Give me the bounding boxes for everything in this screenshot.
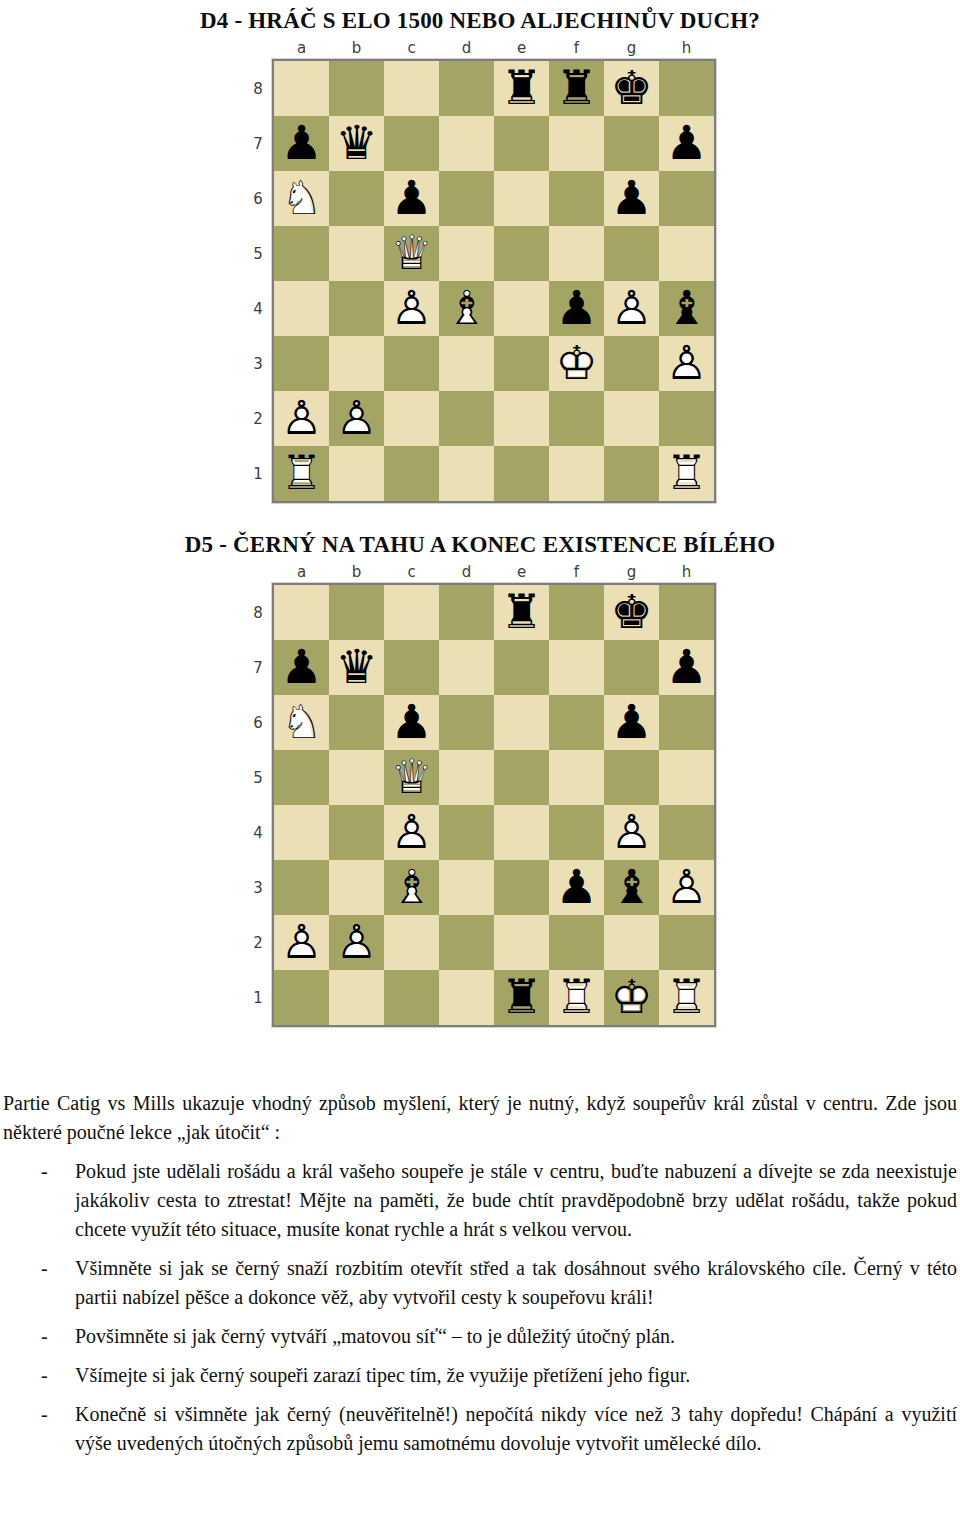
chess-board-d5: ♜♚♟♛♟♞♘♟♟♛♕♟♙♟♙♝♗♟♝♟♙♟♙♟♙♜♜♖♚♔♜♖ xyxy=(272,583,716,1027)
square-a4 xyxy=(274,805,329,860)
square-f3: ♚♔ xyxy=(549,336,604,391)
piece-black-king: ♚ xyxy=(604,585,659,640)
rank-label-5: 5 xyxy=(244,750,272,805)
square-h5 xyxy=(659,750,714,805)
bullet-dash: - xyxy=(41,1254,75,1312)
bullet-item: - Povšimněte si jak černý vytváří „matov… xyxy=(0,1322,960,1351)
chess-diagram-d4: abcdefgh 87654321 ♜♜♚♟♛♟♞♘♟♟♛♕♟♙♝♗♟♟♙♝♚♔… xyxy=(244,37,716,503)
square-f6 xyxy=(549,171,604,226)
square-e1 xyxy=(494,446,549,501)
square-g5 xyxy=(604,750,659,805)
piece-black-rook: ♜ xyxy=(494,61,549,116)
square-a5 xyxy=(274,226,329,281)
square-b2: ♟♙ xyxy=(329,915,384,970)
piece-white-pawn: ♟♙ xyxy=(384,805,439,860)
rank-label-8: 8 xyxy=(244,585,272,640)
file-label-f: f xyxy=(549,561,604,583)
square-g3: ♝ xyxy=(604,860,659,915)
piece-white-rook: ♜♖ xyxy=(659,446,714,501)
piece-black-pawn: ♟ xyxy=(549,860,604,915)
square-e2 xyxy=(494,391,549,446)
piece-black-pawn: ♟ xyxy=(274,116,329,171)
square-c5: ♛♕ xyxy=(384,750,439,805)
bullet-item: - Pokud jste udělali rošádu a král vašeh… xyxy=(0,1157,960,1244)
square-a1 xyxy=(274,970,329,1025)
piece-white-rook: ♜♖ xyxy=(659,970,714,1025)
square-g2 xyxy=(604,391,659,446)
piece-white-knight: ♞♘ xyxy=(274,695,329,750)
square-h4: ♝ xyxy=(659,281,714,336)
square-c7 xyxy=(384,640,439,695)
square-f2 xyxy=(549,915,604,970)
square-c7 xyxy=(384,116,439,171)
square-f7 xyxy=(549,116,604,171)
rank-label-4: 4 xyxy=(244,805,272,860)
square-a3 xyxy=(274,860,329,915)
rank-label-8: 8 xyxy=(244,61,272,116)
file-label-c: c xyxy=(384,37,439,59)
piece-black-pawn: ♟ xyxy=(659,640,714,695)
square-a4 xyxy=(274,281,329,336)
square-f5 xyxy=(549,226,604,281)
rank-label-7: 7 xyxy=(244,116,272,171)
square-h8 xyxy=(659,61,714,116)
square-b7: ♛ xyxy=(329,116,384,171)
square-d6 xyxy=(439,695,494,750)
square-f5 xyxy=(549,750,604,805)
piece-black-pawn: ♟ xyxy=(274,640,329,695)
square-f7 xyxy=(549,640,604,695)
piece-white-pawn: ♟♙ xyxy=(329,915,384,970)
square-h3: ♟♙ xyxy=(659,336,714,391)
file-label-d: d xyxy=(439,37,494,59)
square-a1: ♜♖ xyxy=(274,446,329,501)
square-a3 xyxy=(274,336,329,391)
square-g2 xyxy=(604,915,659,970)
piece-white-rook: ♜♖ xyxy=(549,970,604,1025)
rank-label-3: 3 xyxy=(244,336,272,391)
square-d4 xyxy=(439,805,494,860)
square-h8 xyxy=(659,585,714,640)
diagram-d4-title: D4 - HRÁČ S ELO 1500 NEBO ALJECHINŮV DUC… xyxy=(0,0,960,35)
square-g8: ♚ xyxy=(604,585,659,640)
square-g1: ♚♔ xyxy=(604,970,659,1025)
piece-white-king: ♚♔ xyxy=(604,970,659,1025)
square-g3 xyxy=(604,336,659,391)
piece-white-pawn: ♟♙ xyxy=(604,281,659,336)
square-h7: ♟ xyxy=(659,640,714,695)
piece-black-pawn: ♟ xyxy=(604,171,659,226)
square-f1: ♜♖ xyxy=(549,970,604,1025)
square-c4: ♟♙ xyxy=(384,805,439,860)
file-label-d: d xyxy=(439,561,494,583)
file-label-h: h xyxy=(659,37,714,59)
piece-black-pawn: ♟ xyxy=(384,171,439,226)
square-h2 xyxy=(659,391,714,446)
piece-black-queen: ♛ xyxy=(329,116,384,171)
square-g7 xyxy=(604,640,659,695)
square-h6 xyxy=(659,695,714,750)
square-d2 xyxy=(439,391,494,446)
square-e7 xyxy=(494,116,549,171)
file-label-e: e xyxy=(494,561,549,583)
rank-label-2: 2 xyxy=(244,391,272,446)
bullet-item: - Všimněte si jak se černý snaží rozbití… xyxy=(0,1254,960,1312)
square-e6 xyxy=(494,695,549,750)
piece-white-king: ♚♔ xyxy=(549,336,604,391)
square-g8: ♚ xyxy=(604,61,659,116)
square-d4: ♝♗ xyxy=(439,281,494,336)
file-label-b: b xyxy=(329,37,384,59)
piece-black-pawn: ♟ xyxy=(604,695,659,750)
piece-white-pawn: ♟♙ xyxy=(274,391,329,446)
intro-paragraph: Partie Catig vs Mills ukazuje vhodný způ… xyxy=(0,1089,960,1147)
piece-black-rook: ♜ xyxy=(494,970,549,1025)
square-b6 xyxy=(329,695,384,750)
square-b8 xyxy=(329,61,384,116)
square-d5 xyxy=(439,750,494,805)
bullet-text: Pokud jste udělali rošádu a král vašeho … xyxy=(75,1157,960,1244)
rank-label-2: 2 xyxy=(244,915,272,970)
square-a8 xyxy=(274,61,329,116)
square-h3: ♟♙ xyxy=(659,860,714,915)
square-d8 xyxy=(439,585,494,640)
piece-white-pawn: ♟♙ xyxy=(329,391,384,446)
piece-white-pawn: ♟♙ xyxy=(659,860,714,915)
rank-label-6: 6 xyxy=(244,171,272,226)
square-g6: ♟ xyxy=(604,695,659,750)
square-e5 xyxy=(494,750,549,805)
piece-white-pawn: ♟♙ xyxy=(274,915,329,970)
square-g4: ♟♙ xyxy=(604,281,659,336)
document-page: D4 - HRÁČ S ELO 1500 NEBO ALJECHINŮV DUC… xyxy=(0,0,960,1516)
square-e5 xyxy=(494,226,549,281)
square-c2 xyxy=(384,391,439,446)
bullet-dash: - xyxy=(41,1157,75,1244)
piece-white-bishop: ♝♗ xyxy=(384,860,439,915)
square-b2: ♟♙ xyxy=(329,391,384,446)
square-h6 xyxy=(659,171,714,226)
square-d1 xyxy=(439,970,494,1025)
file-label-g: g xyxy=(604,37,659,59)
piece-black-pawn: ♟ xyxy=(384,695,439,750)
lesson-text: Partie Catig vs Mills ukazuje vhodný způ… xyxy=(0,1089,960,1458)
square-e2 xyxy=(494,915,549,970)
square-d1 xyxy=(439,446,494,501)
rank-label-7: 7 xyxy=(244,640,272,695)
square-b5 xyxy=(329,750,384,805)
piece-black-bishop: ♝ xyxy=(659,281,714,336)
bullet-dash: - xyxy=(41,1361,75,1390)
piece-white-rook: ♜♖ xyxy=(274,446,329,501)
file-label-e: e xyxy=(494,37,549,59)
square-d6 xyxy=(439,171,494,226)
piece-white-pawn: ♟♙ xyxy=(384,281,439,336)
square-d2 xyxy=(439,915,494,970)
square-b3 xyxy=(329,860,384,915)
square-e7 xyxy=(494,640,549,695)
piece-black-king: ♚ xyxy=(604,61,659,116)
piece-black-bishop: ♝ xyxy=(604,860,659,915)
file-label-a: a xyxy=(274,37,329,59)
file-label-h: h xyxy=(659,561,714,583)
square-d7 xyxy=(439,116,494,171)
square-e4 xyxy=(494,805,549,860)
piece-black-pawn: ♟ xyxy=(549,281,604,336)
square-b6 xyxy=(329,171,384,226)
piece-black-queen: ♛ xyxy=(329,640,384,695)
square-e6 xyxy=(494,171,549,226)
square-b3 xyxy=(329,336,384,391)
rank-label-5: 5 xyxy=(244,226,272,281)
square-a7: ♟ xyxy=(274,640,329,695)
square-h1: ♜♖ xyxy=(659,970,714,1025)
square-a8 xyxy=(274,585,329,640)
square-g1 xyxy=(604,446,659,501)
square-h1: ♜♖ xyxy=(659,446,714,501)
square-c8 xyxy=(384,61,439,116)
square-b1 xyxy=(329,446,384,501)
square-c6: ♟ xyxy=(384,695,439,750)
rank-label-6: 6 xyxy=(244,695,272,750)
file-label-a: a xyxy=(274,561,329,583)
square-d5 xyxy=(439,226,494,281)
square-d7 xyxy=(439,640,494,695)
square-a2: ♟♙ xyxy=(274,915,329,970)
square-h4 xyxy=(659,805,714,860)
square-g6: ♟ xyxy=(604,171,659,226)
square-f6 xyxy=(549,695,604,750)
square-f2 xyxy=(549,391,604,446)
square-f4: ♟ xyxy=(549,281,604,336)
piece-black-pawn: ♟ xyxy=(659,116,714,171)
square-g7 xyxy=(604,116,659,171)
square-c3: ♝♗ xyxy=(384,860,439,915)
square-d3 xyxy=(439,336,494,391)
square-c2 xyxy=(384,915,439,970)
bullet-dash: - xyxy=(41,1322,75,1351)
square-h2 xyxy=(659,915,714,970)
bullet-text: Konečně si všimněte jak černý (neuvěřite… xyxy=(75,1400,960,1458)
chess-diagram-d5: abcdefgh 87654321 ♜♚♟♛♟♞♘♟♟♛♕♟♙♟♙♝♗♟♝♟♙♟… xyxy=(244,561,716,1027)
square-c1 xyxy=(384,446,439,501)
square-a6: ♞♘ xyxy=(274,695,329,750)
bullet-dash: - xyxy=(41,1400,75,1458)
square-e8: ♜ xyxy=(494,585,549,640)
square-g4: ♟♙ xyxy=(604,805,659,860)
file-label-f: f xyxy=(549,37,604,59)
piece-white-pawn: ♟♙ xyxy=(604,805,659,860)
square-e3 xyxy=(494,336,549,391)
rank-labels-d5: 87654321 xyxy=(244,583,272,1027)
square-a5 xyxy=(274,750,329,805)
square-c4: ♟♙ xyxy=(384,281,439,336)
square-b1 xyxy=(329,970,384,1025)
square-f1 xyxy=(549,446,604,501)
square-d8 xyxy=(439,61,494,116)
square-b4 xyxy=(329,805,384,860)
square-h7: ♟ xyxy=(659,116,714,171)
square-f8: ♜ xyxy=(549,61,604,116)
square-e1: ♜ xyxy=(494,970,549,1025)
square-e3 xyxy=(494,860,549,915)
square-a6: ♞♘ xyxy=(274,171,329,226)
square-c3 xyxy=(384,336,439,391)
rank-label-4: 4 xyxy=(244,281,272,336)
square-b5 xyxy=(329,226,384,281)
diagram-d5-title: D5 - ČERNÝ NA TAHU A KONEC EXISTENCE BÍL… xyxy=(0,503,960,559)
bullet-text: Povšimněte si jak černý vytváří „matovou… xyxy=(75,1322,960,1351)
square-h5 xyxy=(659,226,714,281)
bullet-item: - Konečně si všimněte jak černý (neuvěři… xyxy=(0,1400,960,1458)
bullet-text: Všimněte si jak se černý snaží rozbitím … xyxy=(75,1254,960,1312)
square-d3 xyxy=(439,860,494,915)
piece-black-rook: ♜ xyxy=(549,61,604,116)
bullet-item: - Všímejte si jak černý soupeři zarazí t… xyxy=(0,1361,960,1390)
file-label-c: c xyxy=(384,561,439,583)
piece-white-bishop: ♝♗ xyxy=(439,281,494,336)
square-f4 xyxy=(549,805,604,860)
square-c8 xyxy=(384,585,439,640)
rank-label-1: 1 xyxy=(244,446,272,501)
square-c5: ♛♕ xyxy=(384,226,439,281)
rank-label-3: 3 xyxy=(244,860,272,915)
square-e8: ♜ xyxy=(494,61,549,116)
square-f3: ♟ xyxy=(549,860,604,915)
file-label-b: b xyxy=(329,561,384,583)
rank-label-1: 1 xyxy=(244,970,272,1025)
square-c6: ♟ xyxy=(384,171,439,226)
chess-board-d4: ♜♜♚♟♛♟♞♘♟♟♛♕♟♙♝♗♟♟♙♝♚♔♟♙♟♙♟♙♜♖♜♖ xyxy=(272,59,716,503)
file-labels-d4: abcdefgh xyxy=(274,37,716,59)
piece-white-knight: ♞♘ xyxy=(274,171,329,226)
square-g5 xyxy=(604,226,659,281)
square-b8 xyxy=(329,585,384,640)
piece-black-rook: ♜ xyxy=(494,585,549,640)
square-c1 xyxy=(384,970,439,1025)
square-a2: ♟♙ xyxy=(274,391,329,446)
file-label-g: g xyxy=(604,561,659,583)
square-a7: ♟ xyxy=(274,116,329,171)
file-labels-d5: abcdefgh xyxy=(274,561,716,583)
square-b7: ♛ xyxy=(329,640,384,695)
rank-labels-d4: 87654321 xyxy=(244,59,272,503)
piece-white-pawn: ♟♙ xyxy=(659,336,714,391)
square-f8 xyxy=(549,585,604,640)
square-b4 xyxy=(329,281,384,336)
piece-white-queen: ♛♕ xyxy=(384,750,439,805)
bullet-text: Všímejte si jak černý soupeři zarazí tip… xyxy=(75,1361,960,1390)
piece-white-queen: ♛♕ xyxy=(384,226,439,281)
square-e4 xyxy=(494,281,549,336)
